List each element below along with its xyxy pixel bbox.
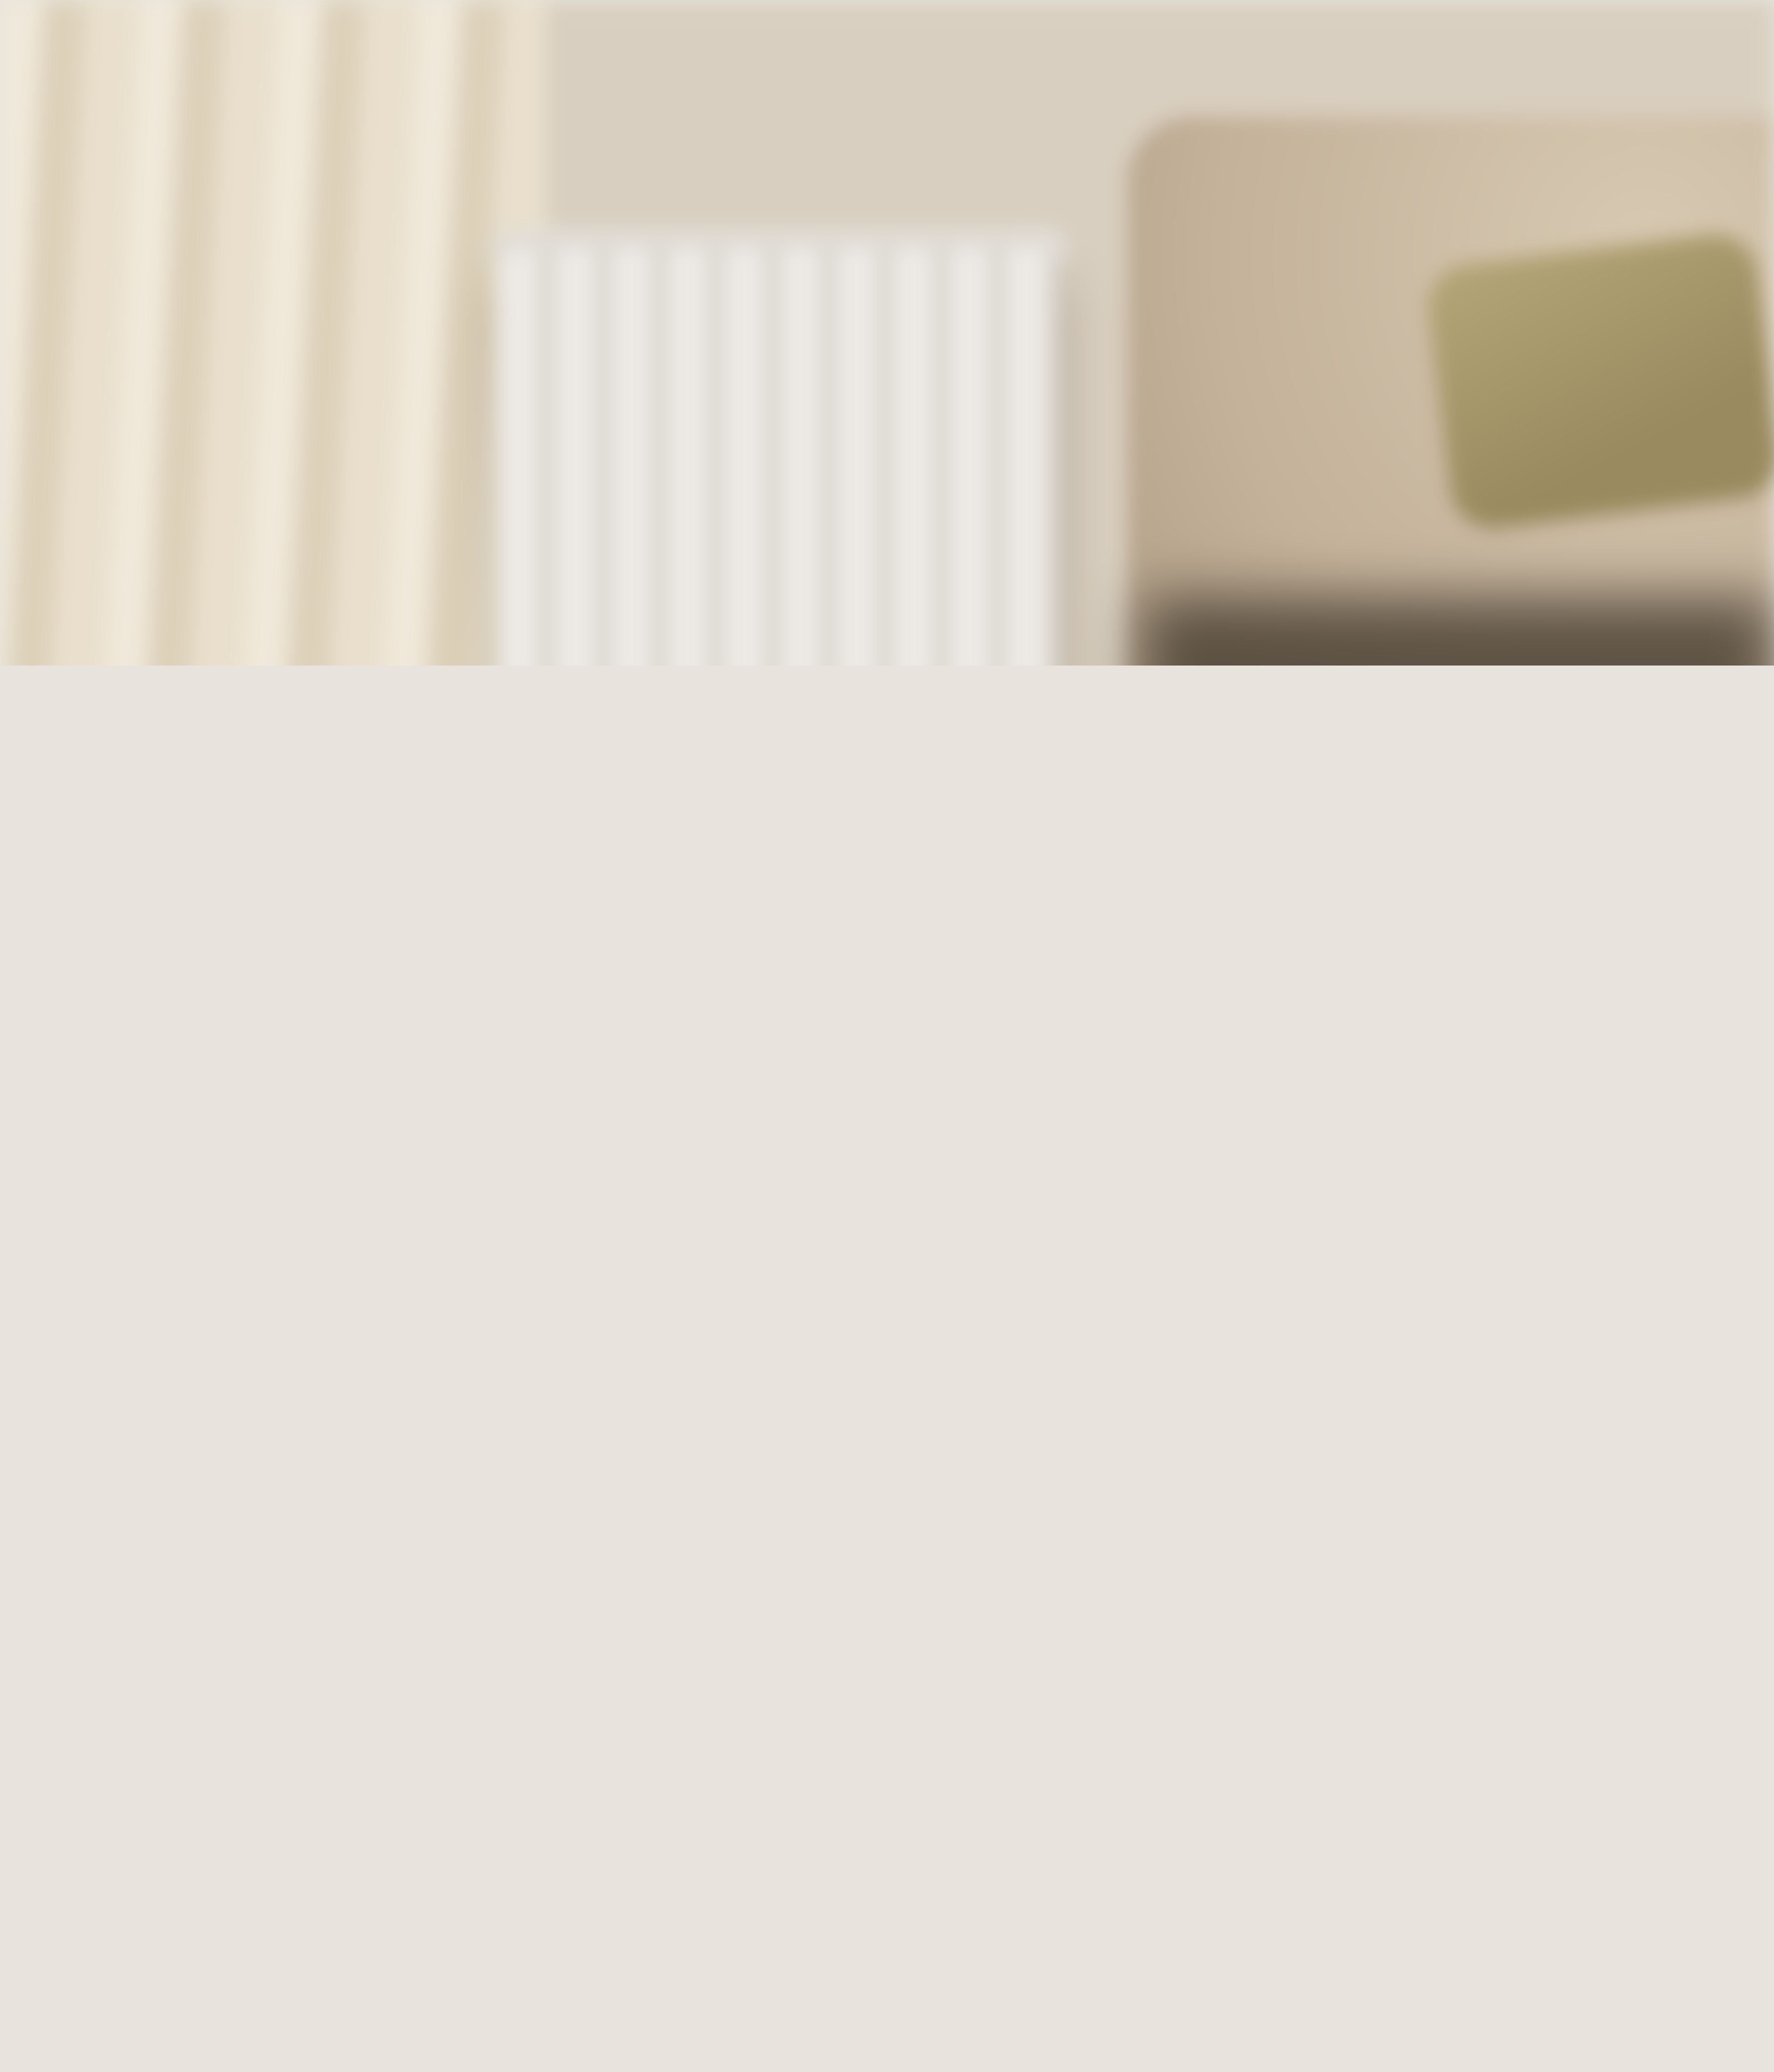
scene: { "game": "chess", "scene": "overhead-an… <box>0 0 1774 666</box>
armchair-shadow <box>1143 597 1774 666</box>
room-background <box>0 0 1774 666</box>
armchair-cushion <box>1424 230 1774 533</box>
curtain <box>0 0 547 666</box>
radiator <box>497 249 1061 666</box>
